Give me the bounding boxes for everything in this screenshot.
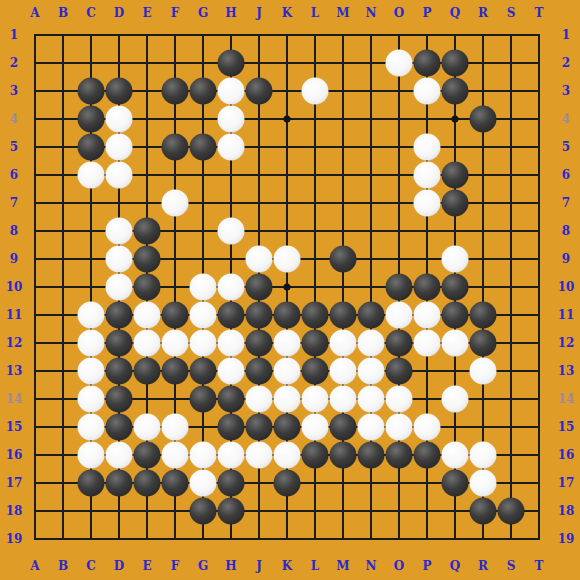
row-label: 10	[6, 280, 23, 294]
column-label: D	[114, 6, 124, 20]
column-label: L	[311, 6, 319, 20]
stone-black	[106, 330, 133, 357]
column-label: F	[171, 6, 180, 20]
stone-black	[78, 106, 105, 133]
stone-black	[218, 302, 245, 329]
row-label: 19	[6, 532, 23, 546]
stone-white	[218, 274, 245, 301]
stone-white	[218, 106, 245, 133]
column-label: D	[114, 559, 124, 573]
star-point	[284, 116, 291, 123]
row-label: 3	[562, 84, 570, 98]
row-label: 13	[558, 364, 575, 378]
stone-white	[414, 302, 441, 329]
column-label: K	[282, 559, 292, 573]
stone-white	[106, 246, 133, 273]
stone-black	[442, 470, 469, 497]
star-point	[284, 284, 291, 291]
row-label: 11	[6, 308, 23, 322]
stone-white	[218, 358, 245, 385]
row-label: 4	[10, 112, 18, 126]
stone-black	[134, 442, 161, 469]
stone-black	[274, 302, 301, 329]
stone-white	[134, 302, 161, 329]
stone-black	[442, 162, 469, 189]
stone-black	[470, 330, 497, 357]
stone-white	[106, 134, 133, 161]
stone-white	[414, 414, 441, 441]
stone-white	[442, 386, 469, 413]
stone-black	[246, 274, 273, 301]
stone-white	[190, 274, 217, 301]
stone-white	[414, 190, 441, 217]
stone-black	[442, 78, 469, 105]
column-label: O	[394, 6, 404, 20]
row-label: 19	[558, 532, 575, 546]
column-label: M	[336, 559, 349, 573]
row-label: 6	[562, 168, 570, 182]
column-label: C	[86, 6, 96, 20]
column-label: B	[58, 6, 68, 20]
stone-black	[162, 302, 189, 329]
row-label: 7	[562, 196, 570, 210]
stone-white	[330, 330, 357, 357]
stone-black	[218, 498, 245, 525]
column-label: F	[171, 559, 180, 573]
stone-white	[246, 442, 273, 469]
column-label: C	[86, 559, 96, 573]
stone-white	[78, 162, 105, 189]
column-label: G	[198, 6, 208, 20]
row-label: 16	[6, 448, 23, 462]
row-label: 2	[562, 56, 570, 70]
column-label: A	[30, 6, 39, 20]
stone-black	[386, 274, 413, 301]
column-label: P	[422, 559, 431, 573]
row-label: 3	[10, 84, 18, 98]
stone-black	[274, 470, 301, 497]
stone-black	[386, 330, 413, 357]
row-label: 8	[10, 224, 18, 238]
stone-black	[134, 470, 161, 497]
stone-black	[106, 302, 133, 329]
stone-white	[78, 386, 105, 413]
stone-white	[218, 218, 245, 245]
stone-black	[358, 302, 385, 329]
column-label: B	[58, 559, 68, 573]
stone-black	[442, 274, 469, 301]
stone-black	[358, 442, 385, 469]
stone-white	[190, 470, 217, 497]
column-label: J	[256, 6, 262, 20]
row-label: 8	[562, 224, 570, 238]
row-label: 1	[10, 28, 18, 42]
stone-black	[414, 442, 441, 469]
row-label: 15	[558, 420, 575, 434]
stone-white	[78, 442, 105, 469]
stone-white	[442, 442, 469, 469]
stone-white	[274, 442, 301, 469]
stone-white	[358, 386, 385, 413]
stone-black	[78, 134, 105, 161]
column-label: T	[535, 559, 544, 573]
stone-white	[106, 106, 133, 133]
stone-white	[414, 162, 441, 189]
row-label: 12	[558, 336, 575, 350]
stone-white	[78, 330, 105, 357]
stone-black	[414, 50, 441, 77]
column-label: P	[422, 6, 431, 20]
stone-black	[106, 386, 133, 413]
column-label: Q	[450, 559, 460, 573]
column-label: Q	[450, 6, 460, 20]
stone-white	[246, 386, 273, 413]
stone-white	[106, 442, 133, 469]
row-label: 12	[6, 336, 23, 350]
stone-white	[78, 358, 105, 385]
stone-black	[190, 386, 217, 413]
row-label: 18	[6, 504, 23, 518]
go-board-screen: AABBCCDDEEFFGGHHJJKKLLMMNNOOPPQQRRSSTT11…	[0, 0, 580, 580]
stone-white	[414, 134, 441, 161]
stone-white	[358, 414, 385, 441]
stone-black	[246, 330, 273, 357]
row-label: 14	[558, 392, 575, 406]
row-label: 18	[558, 504, 575, 518]
column-label: A	[30, 559, 39, 573]
stone-white	[218, 330, 245, 357]
stone-black	[190, 358, 217, 385]
stone-black	[442, 190, 469, 217]
stone-white	[78, 414, 105, 441]
stone-white	[162, 414, 189, 441]
stone-white	[218, 78, 245, 105]
stone-black	[134, 218, 161, 245]
stone-black	[442, 50, 469, 77]
stone-black	[134, 246, 161, 273]
column-label: H	[225, 559, 236, 573]
stone-black	[302, 442, 329, 469]
stone-white	[190, 442, 217, 469]
stone-white	[274, 386, 301, 413]
stone-white	[386, 302, 413, 329]
row-label: 1	[562, 28, 570, 42]
column-label: M	[336, 6, 349, 20]
column-label: O	[394, 559, 404, 573]
row-label: 15	[6, 420, 23, 434]
stone-black	[190, 134, 217, 161]
grid-line	[538, 34, 540, 540]
stone-white	[134, 330, 161, 357]
column-label: N	[366, 6, 377, 20]
stone-black	[386, 358, 413, 385]
row-label: 7	[10, 196, 18, 210]
column-label: N	[366, 559, 377, 573]
column-label: R	[478, 559, 488, 573]
column-label: J	[256, 559, 262, 573]
column-label: H	[225, 6, 236, 20]
grid-line	[34, 510, 540, 512]
column-label: G	[198, 559, 208, 573]
stone-black	[386, 442, 413, 469]
stone-black	[190, 78, 217, 105]
stone-white	[442, 246, 469, 273]
row-label: 4	[562, 112, 570, 126]
row-label: 17	[558, 476, 575, 490]
stone-white	[162, 442, 189, 469]
stone-black	[246, 302, 273, 329]
stone-white	[414, 78, 441, 105]
stone-white	[218, 442, 245, 469]
column-label: E	[142, 559, 151, 573]
stone-white	[274, 330, 301, 357]
row-label: 2	[10, 56, 18, 70]
grid-line	[34, 538, 540, 540]
column-label: E	[142, 6, 151, 20]
row-label: 16	[558, 448, 575, 462]
row-label: 9	[10, 252, 18, 266]
stone-black	[218, 386, 245, 413]
stone-white	[274, 246, 301, 273]
stone-white	[302, 78, 329, 105]
column-label: S	[507, 559, 516, 573]
stone-black	[330, 302, 357, 329]
stone-black	[246, 414, 273, 441]
stone-black	[330, 442, 357, 469]
stone-black	[134, 274, 161, 301]
stone-black	[190, 498, 217, 525]
stone-white	[470, 442, 497, 469]
grid-line	[510, 34, 512, 540]
stone-black	[302, 330, 329, 357]
row-label: 13	[6, 364, 23, 378]
stone-white	[218, 134, 245, 161]
stone-black	[162, 78, 189, 105]
stone-black	[106, 358, 133, 385]
stone-white	[358, 358, 385, 385]
stone-white	[162, 190, 189, 217]
stone-white	[302, 386, 329, 413]
stone-black	[78, 470, 105, 497]
stone-white	[106, 218, 133, 245]
stone-black	[246, 78, 273, 105]
stone-white	[358, 330, 385, 357]
stone-white	[246, 246, 273, 273]
stone-black	[498, 498, 525, 525]
stone-black	[274, 414, 301, 441]
stone-white	[386, 50, 413, 77]
stone-white	[442, 330, 469, 357]
stone-white	[162, 330, 189, 357]
stone-white	[302, 414, 329, 441]
stone-white	[134, 414, 161, 441]
stone-white	[470, 470, 497, 497]
stone-black	[470, 106, 497, 133]
stone-white	[190, 302, 217, 329]
stone-white	[274, 358, 301, 385]
stone-black	[246, 358, 273, 385]
stone-black	[162, 358, 189, 385]
row-label: 14	[6, 392, 23, 406]
stone-white	[414, 330, 441, 357]
stone-black	[330, 246, 357, 273]
stone-white	[386, 386, 413, 413]
column-label: T	[535, 6, 544, 20]
row-label: 6	[10, 168, 18, 182]
star-point	[452, 116, 459, 123]
column-label: S	[507, 6, 516, 20]
stone-black	[218, 470, 245, 497]
stone-black	[106, 78, 133, 105]
stone-white	[106, 274, 133, 301]
row-label: 5	[562, 140, 570, 154]
stone-black	[78, 78, 105, 105]
row-label: 17	[6, 476, 23, 490]
stone-black	[302, 302, 329, 329]
stone-black	[106, 470, 133, 497]
column-label: R	[478, 6, 488, 20]
stone-white	[190, 330, 217, 357]
stone-white	[386, 414, 413, 441]
row-label: 10	[558, 280, 575, 294]
row-label: 9	[562, 252, 570, 266]
stone-white	[78, 302, 105, 329]
row-label: 5	[10, 140, 18, 154]
stone-white	[470, 358, 497, 385]
stone-black	[162, 134, 189, 161]
stone-black	[218, 50, 245, 77]
stone-black	[106, 414, 133, 441]
stone-black	[470, 498, 497, 525]
stone-black	[442, 302, 469, 329]
stone-black	[134, 358, 161, 385]
row-label: 11	[558, 308, 575, 322]
stone-white	[106, 162, 133, 189]
stone-black	[218, 414, 245, 441]
stone-black	[330, 414, 357, 441]
stone-black	[302, 358, 329, 385]
stone-black	[162, 470, 189, 497]
stone-white	[330, 358, 357, 385]
stone-black	[414, 274, 441, 301]
column-label: L	[311, 559, 319, 573]
column-label: K	[282, 6, 292, 20]
stone-white	[330, 386, 357, 413]
stone-black	[470, 302, 497, 329]
